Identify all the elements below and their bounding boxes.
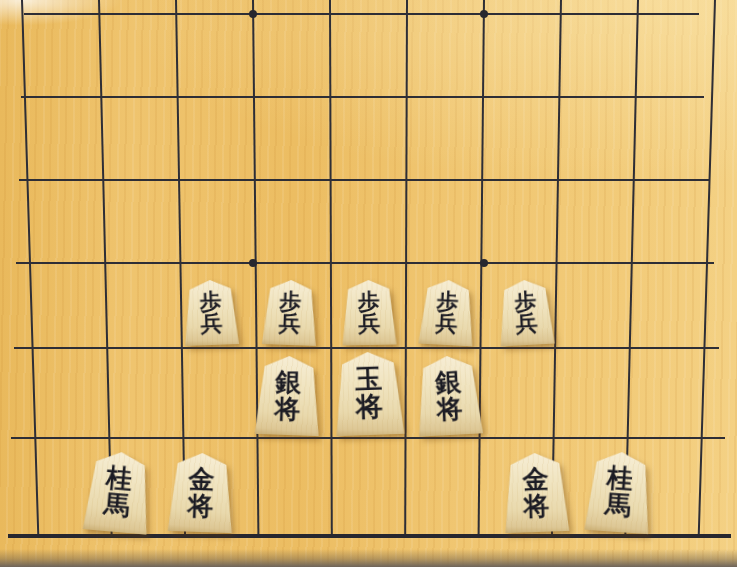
piece-kanji: 将 [274,395,301,422]
shogi-piece-knight[interactable]: 桂馬 [82,449,153,534]
shogi-piece-king[interactable]: 玉将 [333,351,404,436]
piece-kanji: 将 [523,492,550,519]
piece-kanji: 兵 [200,312,223,335]
shogi-piece-pawn[interactable]: 歩兵 [262,279,318,346]
shogi-piece-knight[interactable]: 桂馬 [584,450,653,534]
board-front-edge [0,549,737,567]
piece-face: 歩兵 [418,279,475,347]
piece-kanji: 金 [188,466,215,493]
shogi-piece-silver[interactable]: 銀将 [254,355,321,436]
shogi-board: 歩兵歩兵歩兵歩兵歩兵銀将玉将銀将桂馬金将金将桂馬 [0,0,737,567]
grid-line-vertical [252,0,259,537]
piece-face: 金将 [168,452,235,533]
piece-face: 桂馬 [82,449,153,534]
piece-kanji: 馬 [604,491,632,519]
shogi-board-photo: 歩兵歩兵歩兵歩兵歩兵銀将玉将銀将桂馬金将金将桂馬 [0,0,737,567]
star-point [249,10,257,18]
grid-line-horizontal [24,13,699,15]
shogi-piece-pawn[interactable]: 歩兵 [183,279,239,346]
piece-face: 桂馬 [584,450,653,534]
piece-kanji: 兵 [515,312,538,336]
piece-kanji: 兵 [435,312,458,336]
piece-kanji: 銀 [275,369,302,396]
piece-face: 銀将 [415,354,483,436]
star-point [480,259,488,267]
shogi-piece-pawn[interactable]: 歩兵 [341,280,396,346]
piece-face: 歩兵 [262,279,318,346]
shogi-piece-silver[interactable]: 銀将 [415,354,483,436]
grid-line-horizontal [11,437,725,439]
grid-line-vertical [329,0,333,537]
piece-kanji: 兵 [278,312,301,335]
piece-kanji: 馬 [103,490,131,519]
piece-kanji: 銀 [435,368,462,396]
grid-line-vertical [698,0,716,537]
grid-line-vertical [404,0,408,537]
grid-line-horizontal [21,96,704,98]
piece-kanji: 歩 [357,290,379,313]
grid-line-horizontal [14,347,720,349]
shogi-piece-gold[interactable]: 金将 [168,452,235,533]
grid-line-vertical [478,0,485,537]
piece-face: 歩兵 [183,279,239,346]
star-point [249,259,257,267]
shogi-piece-pawn[interactable]: 歩兵 [418,279,475,347]
piece-face: 歩兵 [341,280,396,346]
piece-kanji: 玉 [354,365,382,393]
piece-kanji: 桂 [606,464,634,492]
grid-line-bottom-edge [8,534,731,538]
piece-face: 歩兵 [497,279,554,347]
piece-kanji: 金 [522,466,549,493]
grid-line-horizontal [16,262,714,264]
shogi-piece-gold[interactable]: 金将 [502,452,569,533]
piece-face: 玉将 [333,351,404,436]
piece-face: 銀将 [254,355,321,436]
grid-line-horizontal [19,179,709,181]
piece-face: 金将 [502,452,569,533]
piece-kanji: 将 [436,395,463,423]
piece-kanji: 将 [187,492,214,519]
piece-kanji: 将 [355,392,383,420]
grid-line-vertical [21,0,39,537]
piece-kanji: 兵 [358,312,380,335]
shogi-piece-pawn[interactable]: 歩兵 [497,279,554,347]
star-point [480,10,488,18]
